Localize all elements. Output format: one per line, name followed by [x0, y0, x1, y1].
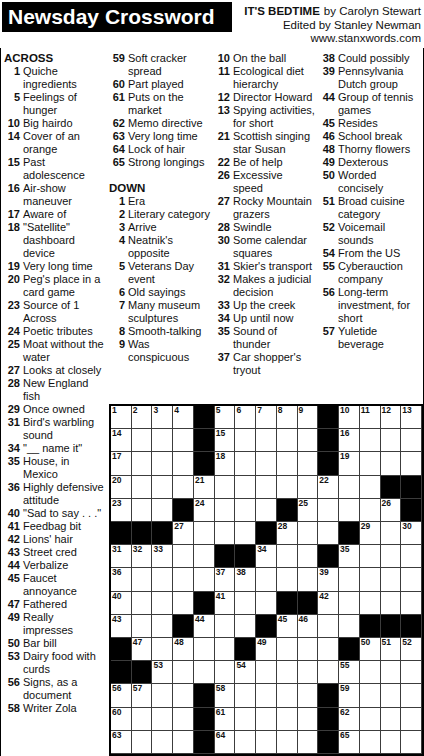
grid-cell-r10c1[interactable]: 43: [111, 615, 132, 638]
grid-cell-r14c4[interactable]: [173, 708, 194, 731]
clue-number: 6: [109, 286, 128, 299]
grid-cell-r12c15[interactable]: [401, 661, 422, 684]
clue-text: Soft cracker spread: [128, 52, 210, 78]
grid-cell-r6c9[interactable]: 28: [277, 522, 298, 545]
grid-cell-r13c6[interactable]: 58: [215, 684, 236, 707]
clue-text: Signs, as a document: [23, 676, 105, 702]
grid-cell-r3c14[interactable]: [381, 452, 402, 475]
grid-cell-r13c12[interactable]: 59: [339, 684, 360, 707]
grid-cell-r15c14[interactable]: [381, 731, 402, 754]
cell-number: 25: [299, 498, 308, 508]
grid-cell-r4c12[interactable]: [339, 476, 360, 499]
grid-cell-r14c10[interactable]: [298, 708, 319, 731]
grid-cell-r13c14[interactable]: [381, 684, 402, 707]
grid-cell-r14c1[interactable]: 60: [111, 708, 132, 731]
cell-number: 37: [216, 567, 225, 577]
grid-cell-r13c1[interactable]: 56: [111, 684, 132, 707]
black-square-r4c15: [401, 476, 422, 499]
grid-cell-r15c3[interactable]: [152, 731, 173, 754]
clue-number: 16: [4, 182, 23, 195]
grid-cell-r9c14[interactable]: [381, 592, 402, 615]
grid-cell-r9c15[interactable]: [401, 592, 422, 615]
grid-cell-r15c2[interactable]: [132, 731, 153, 754]
clue-number: 30: [214, 234, 233, 247]
grid-cell-r2c2[interactable]: [132, 429, 153, 452]
grid-cell-r4c2[interactable]: [132, 476, 153, 499]
grid-cell-r12c14[interactable]: [381, 661, 402, 684]
black-square-r12c1: [111, 661, 132, 684]
grid-cell-r8c13[interactable]: [360, 568, 381, 591]
grid-cell-r3c6[interactable]: 18: [215, 452, 236, 475]
grid-cell-r8c11[interactable]: 39: [318, 568, 339, 591]
grid-cell-r1c8[interactable]: 7: [256, 406, 277, 429]
grid-cell-r11c6[interactable]: [215, 638, 236, 661]
grid-cell-r4c13[interactable]: [360, 476, 381, 499]
grid-cell-r2c1[interactable]: 14: [111, 429, 132, 452]
grid-cell-r4c7[interactable]: [235, 476, 256, 499]
grid-cell-r8c8[interactable]: [256, 568, 277, 591]
clue-down-55: 55Cyberauction company: [319, 260, 422, 286]
clue-down-45: 45Resides: [319, 117, 422, 130]
clue-text: Rocky Mountain grazers: [233, 195, 315, 221]
cell-number: 21: [195, 475, 204, 485]
clue-across-10: 10Big hairdo: [4, 117, 105, 130]
cell-number: 49: [257, 637, 266, 647]
grid-cell-r15c10[interactable]: [298, 731, 319, 754]
clue-text: Faucet annoyance: [23, 572, 105, 598]
grid-cell-r7c9[interactable]: [277, 545, 298, 568]
grid-cell-r15c15[interactable]: [401, 731, 422, 754]
clue-text: Yuletide beverage: [338, 325, 422, 351]
clue-number: 49: [4, 611, 23, 624]
clue-down-2: 2Literary category: [109, 208, 210, 221]
grid-cell-r15c6[interactable]: 64: [215, 731, 236, 754]
grid-cell-r6c7[interactable]: [235, 522, 256, 545]
grid-cell-r11c10[interactable]: [298, 638, 319, 661]
clue-text: Excessive speed: [233, 169, 315, 195]
grid-cell-r13c3[interactable]: [152, 684, 173, 707]
clue-number: 34: [214, 312, 233, 325]
grid-cell-r9c2[interactable]: [132, 592, 153, 615]
clue-text: Group of tennis games: [338, 91, 422, 117]
clue-text: Broad cuisine category: [338, 195, 422, 221]
grid-cell-r9c1[interactable]: 40: [111, 592, 132, 615]
clue-across-28: 28New England fish: [4, 377, 105, 403]
cell-number: 65: [340, 730, 349, 740]
clue-number: 44: [319, 91, 338, 104]
grid-cell-r5c5[interactable]: 24: [194, 499, 215, 522]
grid-cell-r11c11[interactable]: [318, 638, 339, 661]
clue-number: 7: [109, 299, 128, 312]
grid-cell-r14c12[interactable]: 62: [339, 708, 360, 731]
clue-text: Bar bill: [23, 637, 105, 650]
clue-text: Source of 1 Across: [23, 299, 105, 325]
grid-cell-r9c13[interactable]: [360, 592, 381, 615]
grid-cell-r14c14[interactable]: [381, 708, 402, 731]
cell-number: 63: [112, 730, 121, 740]
grid-cell-r10c9[interactable]: 45: [277, 615, 298, 638]
clue-number: 50: [319, 169, 338, 182]
grid-cell-r11c15[interactable]: 52: [401, 638, 422, 661]
clue-across-42: 42Lions' hair: [4, 533, 105, 546]
grid-cell-r1c2[interactable]: 2: [132, 406, 153, 429]
clue-text: Resides: [338, 117, 422, 130]
clue-text: Strong longings: [128, 156, 210, 169]
grid-cell-r10c10[interactable]: 46: [298, 615, 319, 638]
grid-cell-r3c8[interactable]: [256, 452, 277, 475]
cell-number: 11: [361, 405, 370, 415]
cell-number: 32: [133, 544, 142, 554]
clue-number: 26: [214, 169, 233, 182]
clue-number: 41: [4, 520, 23, 533]
grid-cell-r2c13[interactable]: [360, 429, 381, 452]
grid-cell-r14c7[interactable]: [235, 708, 256, 731]
grid-cell-r9c12[interactable]: [339, 592, 360, 615]
grid-cell-r4c5[interactable]: 21: [194, 476, 215, 499]
cell-number: 17: [112, 451, 121, 461]
grid-cell-r1c12[interactable]: 10: [339, 406, 360, 429]
clue-text: Poetic tributes: [23, 325, 105, 338]
clue-number: 21: [214, 130, 233, 143]
grid-cell-r5c8[interactable]: [256, 499, 277, 522]
grid-cell-r8c6[interactable]: 37: [215, 568, 236, 591]
grid-cell-r7c2[interactable]: 32: [132, 545, 153, 568]
clue-number: 10: [214, 52, 233, 65]
grid-cell-r4c11[interactable]: 22: [318, 476, 339, 499]
grid-cell-r8c5[interactable]: [194, 568, 215, 591]
grid-cell-r3c12[interactable]: 19: [339, 452, 360, 475]
grid-cell-r3c4[interactable]: [173, 452, 194, 475]
clue-number: 47: [4, 598, 23, 611]
grid-cell-r6c13[interactable]: 29: [360, 522, 381, 545]
grid-cell-r12c8[interactable]: [256, 661, 277, 684]
grid-cell-r1c1[interactable]: 1: [111, 406, 132, 429]
clue-text: Feelings of hunger: [23, 91, 105, 117]
clue-down-13: 13Spying activities, for short: [214, 104, 315, 130]
grid-cell-r7c13[interactable]: [360, 545, 381, 568]
cell-number: 33: [153, 544, 162, 554]
grid-cell-r12c12[interactable]: 55: [339, 661, 360, 684]
grid-cell-r5c13[interactable]: [360, 499, 381, 522]
cell-number: 40: [112, 591, 121, 601]
grid-cell-r5c2[interactable]: [132, 499, 153, 522]
grid-cell-r8c10[interactable]: [298, 568, 319, 591]
grid-cell-r7c5[interactable]: [194, 545, 215, 568]
clue-column-2: 59Soft cracker spread60Part played61Puts…: [109, 52, 210, 364]
grid-cell-r15c1[interactable]: 63: [111, 731, 132, 754]
grid-cell-r5c12[interactable]: [339, 499, 360, 522]
grid-cell-r11c9[interactable]: [277, 638, 298, 661]
grid-cell-r7c14[interactable]: [381, 545, 402, 568]
grid-cell-r14c3[interactable]: [152, 708, 173, 731]
grid-cell-r12c6[interactable]: [215, 661, 236, 684]
grid-cell-r5c1[interactable]: 23: [111, 499, 132, 522]
grid-cell-r9c7[interactable]: [235, 592, 256, 615]
clue-down-4: 4Neatnik's opposite: [109, 234, 210, 260]
cell-number: 51: [382, 637, 391, 647]
clue-text: Highly defensive attitude: [23, 481, 105, 507]
clue-down-3: 3Arrive: [109, 221, 210, 234]
cell-number: 18: [216, 451, 225, 461]
grid-cell-r1c13[interactable]: 11: [360, 406, 381, 429]
grid-cell-r2c15[interactable]: [401, 429, 422, 452]
grid-cell-r11c3[interactable]: [152, 638, 173, 661]
grid-cell-r7c3[interactable]: 33: [152, 545, 173, 568]
grid-cell-r8c1[interactable]: 36: [111, 568, 132, 591]
grid-cell-r15c8[interactable]: [256, 731, 277, 754]
cell-number: 16: [340, 428, 349, 438]
grid-cell-r2c7[interactable]: [235, 429, 256, 452]
grid-cell-r10c6[interactable]: [215, 615, 236, 638]
grid-cell-r15c13[interactable]: [360, 731, 381, 754]
grid-cell-r9c8[interactable]: [256, 592, 277, 615]
clue-text: Skier's transport: [233, 260, 315, 273]
grid-cell-r7c1[interactable]: 31: [111, 545, 132, 568]
clue-number: 58: [4, 702, 23, 715]
clue-text: Fathered: [23, 598, 105, 611]
clue-number: 9: [109, 338, 128, 351]
grid-cell-r3c1[interactable]: 17: [111, 452, 132, 475]
clue-text: Dexterous: [338, 156, 422, 169]
black-square-r7c11: [318, 545, 339, 568]
clue-across-59: 59Soft cracker spread: [109, 52, 210, 78]
grid-cell-r4c8[interactable]: [256, 476, 277, 499]
clue-number: 59: [109, 52, 128, 65]
grid-cell-r1c6[interactable]: 5: [215, 406, 236, 429]
grid-cell-r15c9[interactable]: [277, 731, 298, 754]
grid-cell-r1c14[interactable]: 12: [381, 406, 402, 429]
clue-number: 5: [109, 260, 128, 273]
grid-cell-r4c9[interactable]: [277, 476, 298, 499]
grid-cell-r11c13[interactable]: 50: [360, 638, 381, 661]
grid-cell-r5c3[interactable]: [152, 499, 173, 522]
grid-cell-r12c11[interactable]: [318, 661, 339, 684]
grid-cell-r1c9[interactable]: 8: [277, 406, 298, 429]
clue-text: Feedbag bit: [23, 520, 105, 533]
cell-number: 56: [112, 683, 121, 693]
black-square-r14c5: [194, 708, 215, 731]
grid-cell-r13c2[interactable]: 57: [132, 684, 153, 707]
clue-across-64: 64Lock of hair: [109, 143, 210, 156]
grid-cell-r5c6[interactable]: [215, 499, 236, 522]
publication-title-text: Newsday Crossword: [8, 5, 215, 28]
clue-text: Quiche ingredients: [23, 65, 105, 91]
grid-cell-r8c2[interactable]: [132, 568, 153, 591]
grid-cell-r15c7[interactable]: [235, 731, 256, 754]
black-square-r6c8: [256, 522, 277, 545]
grid-cell-r12c5[interactable]: [194, 661, 215, 684]
grid-cell-r6c10[interactable]: [298, 522, 319, 545]
clue-number: 4: [109, 234, 128, 247]
grid-cell-r8c3[interactable]: [152, 568, 173, 591]
grid-cell-r7c10[interactable]: [298, 545, 319, 568]
grid-cell-r11c8[interactable]: 49: [256, 638, 277, 661]
clue-down-1: 1Era: [109, 195, 210, 208]
grid-cell-r7c15[interactable]: [401, 545, 422, 568]
clue-across-43: 43Street cred: [4, 546, 105, 559]
grid-cell-r6c5[interactable]: [194, 522, 215, 545]
grid-cell-r14c15[interactable]: [401, 708, 422, 731]
grid-cell-r10c7[interactable]: [235, 615, 256, 638]
clue-number: 29: [4, 403, 23, 416]
clue-text: Pennsylvania Dutch group: [338, 65, 422, 91]
clue-down-6: 6Old sayings: [109, 286, 210, 299]
cell-number: 36: [112, 567, 121, 577]
grid-cell-r11c4[interactable]: 48: [173, 638, 194, 661]
cell-number: 30: [402, 521, 411, 531]
grid-cell-r8c9[interactable]: [277, 568, 298, 591]
clue-number: 35: [214, 325, 233, 338]
grid-cell-r13c15[interactable]: [401, 684, 422, 707]
clue-column-4: 38Could possibly39Pennsylvania Dutch gro…: [319, 52, 422, 351]
cell-number: 2: [133, 405, 138, 415]
grid-cell-r12c10[interactable]: [298, 661, 319, 684]
grid-cell-r15c12[interactable]: 65: [339, 731, 360, 754]
clue-across-61: 61Puts on the market: [109, 91, 210, 117]
grid-cell-r9c4[interactable]: [173, 592, 194, 615]
clue-across-56: 56Signs, as a document: [4, 676, 105, 702]
clue-number: 2: [109, 208, 128, 221]
grid-cell-r3c2[interactable]: [132, 452, 153, 475]
grid-cell-r1c7[interactable]: 6: [235, 406, 256, 429]
grid-cell-r11c5[interactable]: [194, 638, 215, 661]
grid-cell-r2c6[interactable]: 15: [215, 429, 236, 452]
grid-cell-r2c4[interactable]: [173, 429, 194, 452]
grid-cell-r5c14[interactable]: 26: [381, 499, 402, 522]
grid-cell-r10c2[interactable]: [132, 615, 153, 638]
clue-number: 12: [214, 91, 233, 104]
clue-text: Peg's place in a card game: [23, 273, 105, 299]
grid-cell-r14c2[interactable]: [132, 708, 153, 731]
grid-cell-r4c10[interactable]: [298, 476, 319, 499]
grid-cell-r3c15[interactable]: [401, 452, 422, 475]
grid-cell-r4c6[interactable]: [215, 476, 236, 499]
clue-text: Car shopper's tryout: [233, 351, 315, 377]
grid-cell-r6c6[interactable]: [215, 522, 236, 545]
grid-cell-r14c6[interactable]: 61: [215, 708, 236, 731]
grid-cell-r12c13[interactable]: [360, 661, 381, 684]
grid-cell-r14c8[interactable]: [256, 708, 277, 731]
clue-text: Lock of hair: [128, 143, 210, 156]
clue-across-14: 14Cover of an orange: [4, 130, 105, 156]
grid-cell-r7c8[interactable]: 34: [256, 545, 277, 568]
clue-text: Worded concisely: [338, 169, 422, 195]
grid-cell-r8c15[interactable]: [401, 568, 422, 591]
grid-cell-r6c15[interactable]: 30: [401, 522, 422, 545]
grid-cell-r10c3[interactable]: [152, 615, 173, 638]
grid-cell-r12c7[interactable]: 54: [235, 661, 256, 684]
grid-cell-r13c4[interactable]: [173, 684, 194, 707]
grid-cell-r9c6[interactable]: 41: [215, 592, 236, 615]
grid-cell-r3c13[interactable]: [360, 452, 381, 475]
grid-cell-r6c4[interactable]: 27: [173, 522, 194, 545]
clue-number: 20: [4, 273, 23, 286]
grid-cell-r12c4[interactable]: [173, 661, 194, 684]
clue-text: New England fish: [23, 377, 105, 403]
clue-number: 53: [4, 650, 23, 663]
clue-text: From the US: [338, 247, 422, 260]
clue-down-33: 33Up the creek: [214, 299, 315, 312]
grid-cell-r9c11[interactable]: 42: [318, 592, 339, 615]
grid-cell-r13c8[interactable]: [256, 684, 277, 707]
grid-cell-r1c10[interactable]: 9: [298, 406, 319, 429]
grid-cell-r12c9[interactable]: [277, 661, 298, 684]
clue-text: Cover of an orange: [23, 130, 105, 156]
clue-text: Moat without the water: [23, 338, 105, 364]
clue-text: Once owned: [23, 403, 105, 416]
grid-cell-r14c9[interactable]: [277, 708, 298, 731]
grid-cell-r8c14[interactable]: [381, 568, 402, 591]
grid-cell-r10c5[interactable]: 44: [194, 615, 215, 638]
grid-cell-r14c13[interactable]: [360, 708, 381, 731]
black-square-r4c14: [381, 476, 402, 499]
grid-cell-r2c3[interactable]: [152, 429, 173, 452]
grid-cell-r15c4[interactable]: [173, 731, 194, 754]
grid-cell-r3c3[interactable]: [152, 452, 173, 475]
grid-cell-r3c10[interactable]: [298, 452, 319, 475]
grid-cell-r12c3[interactable]: 53: [152, 661, 173, 684]
grid-cell-r11c14[interactable]: 51: [381, 638, 402, 661]
grid-cell-r10c12[interactable]: [339, 615, 360, 638]
clue-down-21: 21Scottish singing star Susan: [214, 130, 315, 156]
cell-number: 61: [216, 707, 225, 717]
grid-cell-r13c10[interactable]: [298, 684, 319, 707]
grid-cell-r8c7[interactable]: 38: [235, 568, 256, 591]
grid-cell-r3c9[interactable]: [277, 452, 298, 475]
grid-cell-r6c14[interactable]: [381, 522, 402, 545]
black-square-r6c3: [152, 522, 173, 545]
grid-cell-r9c3[interactable]: [152, 592, 173, 615]
clue-number: 28: [214, 221, 233, 234]
grid-cell-r13c9[interactable]: [277, 684, 298, 707]
clue-down-39: 39Pennsylvania Dutch group: [319, 65, 422, 91]
clue-text: Memo directive: [128, 117, 210, 130]
grid-cell-r4c3[interactable]: [152, 476, 173, 499]
cell-number: 43: [112, 614, 121, 624]
black-square-r1c5: [194, 406, 215, 429]
grid-cell-r1c15[interactable]: 13: [401, 406, 422, 429]
grid-cell-r2c9[interactable]: [277, 429, 298, 452]
grid-cell-r5c7[interactable]: [235, 499, 256, 522]
grid-cell-r5c11[interactable]: [318, 499, 339, 522]
grid-cell-r2c10[interactable]: [298, 429, 319, 452]
grid-cell-r8c12[interactable]: [339, 568, 360, 591]
grid-cell-r3c7[interactable]: [235, 452, 256, 475]
cell-number: 23: [112, 498, 121, 508]
clue-down-28: 28Swindle: [214, 221, 315, 234]
grid-cell-r7c4[interactable]: [173, 545, 194, 568]
grid-cell-r11c2[interactable]: 47: [132, 638, 153, 661]
grid-cell-r13c7[interactable]: [235, 684, 256, 707]
grid-cell-r13c13[interactable]: [360, 684, 381, 707]
clue-across-17: 17Aware of: [4, 208, 105, 221]
grid-cell-r2c8[interactable]: [256, 429, 277, 452]
grid-cell-r2c14[interactable]: [381, 429, 402, 452]
grid-cell-r5c10[interactable]: 25: [298, 499, 319, 522]
grid-cell-r6c11[interactable]: [318, 522, 339, 545]
grid-cell-r10c11[interactable]: [318, 615, 339, 638]
clue-text: Voicemail sounds: [338, 221, 422, 247]
grid-cell-r4c4[interactable]: [173, 476, 194, 499]
grid-cell-r4c1[interactable]: 20: [111, 476, 132, 499]
clue-across-63: 63Very long time: [109, 130, 210, 143]
grid-cell-r8c4[interactable]: [173, 568, 194, 591]
clue-number: 37: [214, 351, 233, 364]
grid-cell-r1c3[interactable]: 3: [152, 406, 173, 429]
grid-cell-r1c4[interactable]: 4: [173, 406, 194, 429]
grid-cell-r7c12[interactable]: 35: [339, 545, 360, 568]
grid-cell-r2c12[interactable]: 16: [339, 429, 360, 452]
